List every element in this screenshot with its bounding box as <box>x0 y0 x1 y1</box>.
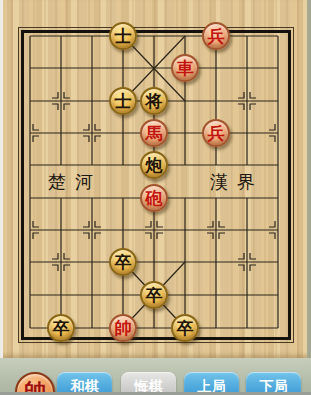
piece-士[interactable]: 士 <box>109 87 137 115</box>
xiangqi-app-window: 楚河 漢界 士兵車士将馬兵炮砲卒卒卒帥卒 帥 和棋 悔棋 上局 下局 <box>0 0 311 395</box>
piece-炮[interactable]: 炮 <box>140 151 168 179</box>
piece-馬[interactable]: 馬 <box>140 119 168 147</box>
river-label-left: 楚河 <box>48 170 102 194</box>
bottom-bar: 帥 和棋 悔棋 上局 下局 <box>0 358 311 395</box>
piece-兵[interactable]: 兵 <box>202 22 230 50</box>
window-left-edge <box>0 0 3 358</box>
piece-砲[interactable]: 砲 <box>140 184 168 212</box>
river-label-right: 漢界 <box>210 170 264 194</box>
piece-卒[interactable]: 卒 <box>109 248 137 276</box>
piece-卒[interactable]: 卒 <box>171 314 199 342</box>
piece-帥[interactable]: 帥 <box>109 314 137 342</box>
piece-卒[interactable]: 卒 <box>47 314 75 342</box>
piece-兵[interactable]: 兵 <box>202 119 230 147</box>
piece-卒[interactable]: 卒 <box>140 281 168 309</box>
piece-士[interactable]: 士 <box>109 22 137 50</box>
piece-車[interactable]: 車 <box>171 54 199 82</box>
piece-将[interactable]: 将 <box>140 87 168 115</box>
window-right-edge <box>307 0 311 358</box>
